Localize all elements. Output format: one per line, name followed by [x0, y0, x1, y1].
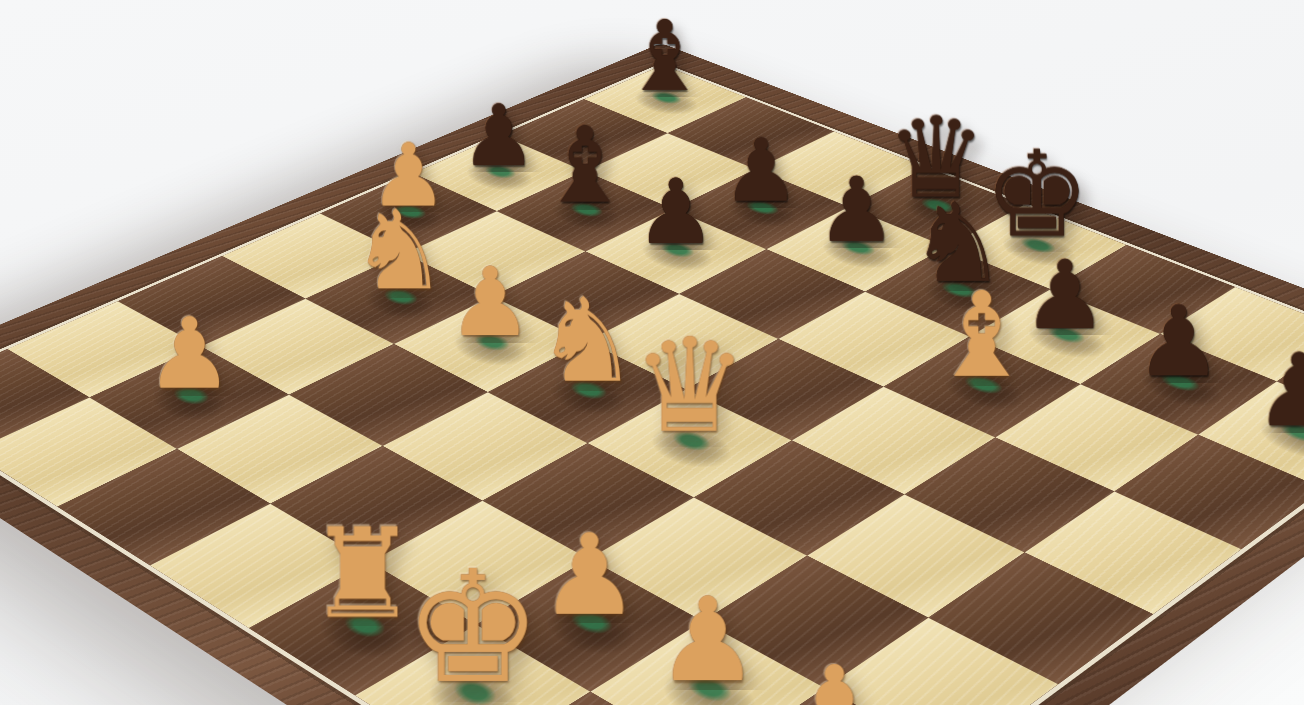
chess-board: ♝♛♚♜♟♟♞♟♟♟♟♝♟♝♟♞♟♞♛♟♟♟♟♜♚ [0, 43, 1304, 705]
playing-area: ♝♛♚♜♟♟♞♟♟♟♟♝♟♝♟♞♟♞♛♟♟♟♟♜♚ [0, 65, 1304, 705]
white-king-f1[interactable]: ♚ [355, 624, 590, 705]
white-pawn-icon: ♟ [748, 623, 920, 705]
white-king-icon: ♚ [390, 543, 556, 705]
chessboard-scene: ♝♛♚♜♟♟♞♟♟♟♟♝♟♝♟♞♟♞♛♟♟♟♟♜♚ [0, 0, 1304, 705]
white-bishop-icon: ♝ [912, 264, 1052, 404]
white-pawn-h2[interactable]: ♟ [713, 687, 956, 705]
white-queen-icon: ♛ [618, 313, 763, 458]
black-bishop-icon: ♝ [608, 0, 723, 113]
